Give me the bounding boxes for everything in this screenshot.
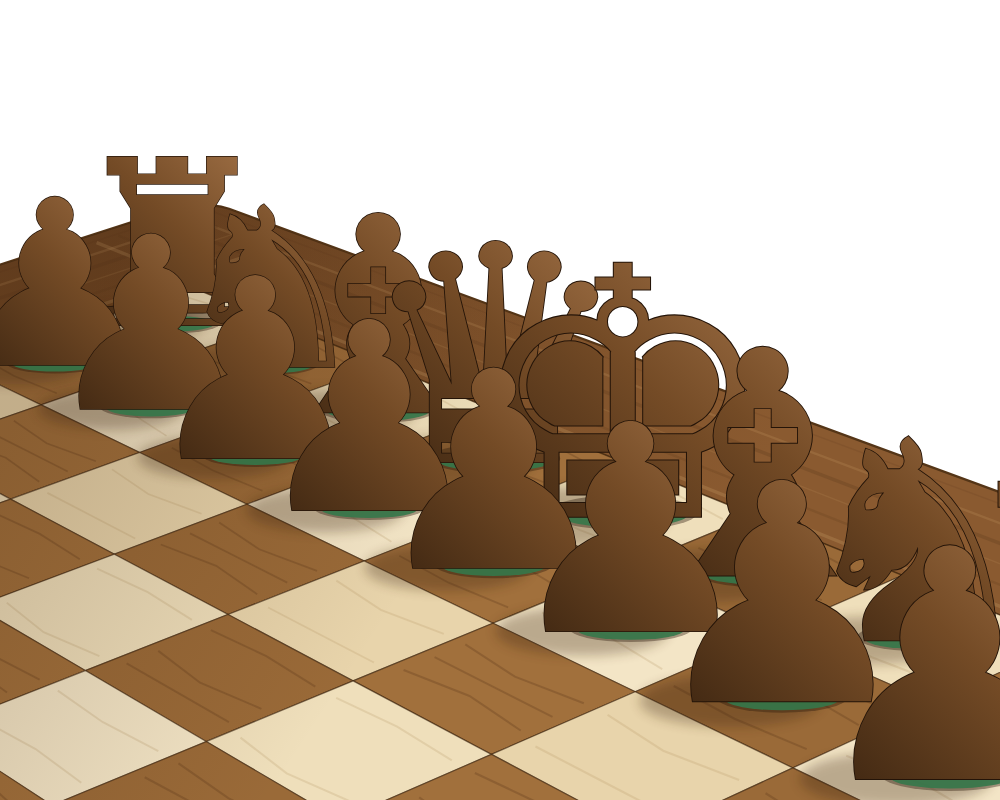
chess-set-product-photo: ♜♟♞♟♝♟♟♛♜♟♟♚♞♟♟♝♝♟♟♞♛♟♟♜♚♟♟♝♟♞♟♜	[0, 0, 1000, 800]
piece-glyph: ♟	[807, 482, 1000, 800]
piece-black-pawn-h7: ♟	[800, 482, 1000, 800]
piece-white-pawn-g2: ♟	[0, 734, 146, 800]
chessboard: ♜♟♞♟♝♟♟♛♜♟♟♚♞♟♟♝♝♟♟♞♛♟♟♜♚♟♟♝♟♞♟♜	[0, 0, 1000, 800]
piece-glyph: ♟	[0, 734, 146, 800]
